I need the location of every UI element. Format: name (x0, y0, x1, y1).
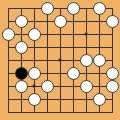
white-stone (67, 67, 80, 80)
intersection-g5[interactable] (80, 54, 93, 67)
intersection-h2[interactable] (93, 93, 106, 106)
white-stone (28, 93, 41, 106)
intersection-i1[interactable] (106, 106, 119, 119)
white-stone (41, 80, 54, 93)
intersection-b7[interactable] (15, 28, 28, 41)
white-stone (15, 80, 28, 93)
intersection-h6[interactable] (93, 41, 106, 54)
intersection-b2[interactable] (15, 93, 28, 106)
intersection-h1[interactable] (93, 106, 106, 119)
intersection-d9[interactable] (41, 2, 54, 15)
intersection-b3[interactable] (15, 80, 28, 93)
white-stone (80, 54, 93, 67)
intersection-a4[interactable] (2, 67, 15, 80)
intersection-e3[interactable] (54, 80, 67, 93)
intersection-e2[interactable] (54, 93, 67, 106)
intersection-f6[interactable] (67, 41, 80, 54)
intersection-b9[interactable] (15, 2, 28, 15)
intersection-c3[interactable] (28, 80, 41, 93)
intersection-a3[interactable] (2, 80, 15, 93)
intersection-h9[interactable] (93, 2, 106, 15)
intersection-e8[interactable] (54, 15, 67, 28)
intersection-i4[interactable] (106, 67, 119, 80)
white-stone (93, 93, 106, 106)
white-stone (28, 67, 41, 80)
intersection-c2[interactable] (28, 93, 41, 106)
intersection-c6[interactable] (28, 41, 41, 54)
intersection-i8[interactable] (106, 15, 119, 28)
intersection-c7[interactable] (28, 28, 41, 41)
intersection-b1[interactable] (15, 106, 28, 119)
intersection-a1[interactable] (2, 106, 15, 119)
intersection-d5[interactable] (41, 54, 54, 67)
intersection-i6[interactable] (106, 41, 119, 54)
white-stone (2, 28, 15, 41)
intersection-d8[interactable] (41, 15, 54, 28)
intersection-i5[interactable] (106, 54, 119, 67)
intersection-f5[interactable] (67, 54, 80, 67)
intersection-h4[interactable] (93, 67, 106, 80)
intersection-a5[interactable] (2, 54, 15, 67)
intersection-f3[interactable] (67, 80, 80, 93)
intersection-g6[interactable] (80, 41, 93, 54)
intersection-g8[interactable] (80, 15, 93, 28)
board-grid (2, 2, 119, 119)
intersection-d4[interactable] (41, 67, 54, 80)
intersection-c4[interactable] (28, 67, 41, 80)
white-stone (28, 28, 41, 41)
intersection-g9[interactable] (80, 2, 93, 15)
intersection-a7[interactable] (2, 28, 15, 41)
intersection-h7[interactable] (93, 28, 106, 41)
white-stone (106, 15, 119, 28)
intersection-g1[interactable] (80, 106, 93, 119)
intersection-c5[interactable] (28, 54, 41, 67)
intersection-a2[interactable] (2, 93, 15, 106)
intersection-e4[interactable] (54, 67, 67, 80)
white-stone (80, 80, 93, 93)
white-stone (15, 15, 28, 28)
go-board (0, 0, 120, 120)
intersection-g3[interactable] (80, 80, 93, 93)
intersection-f2[interactable] (67, 93, 80, 106)
intersection-e9[interactable] (54, 2, 67, 15)
white-stone (93, 2, 106, 15)
intersection-e7[interactable] (54, 28, 67, 41)
white-stone (67, 2, 80, 15)
intersection-b4[interactable] (15, 67, 28, 80)
intersection-h3[interactable] (93, 80, 106, 93)
intersection-b8[interactable] (15, 15, 28, 28)
intersection-i9[interactable] (106, 2, 119, 15)
intersection-h8[interactable] (93, 15, 106, 28)
black-stone (15, 67, 28, 80)
intersection-i2[interactable] (106, 93, 119, 106)
intersection-e1[interactable] (54, 106, 67, 119)
white-stone (106, 80, 119, 93)
intersection-i3[interactable] (106, 80, 119, 93)
white-stone (41, 2, 54, 15)
intersection-d2[interactable] (41, 93, 54, 106)
white-stone (106, 67, 119, 80)
intersection-f7[interactable] (67, 28, 80, 41)
intersection-f4[interactable] (67, 67, 80, 80)
intersection-d7[interactable] (41, 28, 54, 41)
intersection-c8[interactable] (28, 15, 41, 28)
intersection-d6[interactable] (41, 41, 54, 54)
intersection-e6[interactable] (54, 41, 67, 54)
intersection-h5[interactable] (93, 54, 106, 67)
white-stone (15, 41, 28, 54)
intersection-c9[interactable] (28, 2, 41, 15)
intersection-b6[interactable] (15, 41, 28, 54)
intersection-g2[interactable] (80, 93, 93, 106)
intersection-d1[interactable] (41, 106, 54, 119)
white-stone (54, 15, 67, 28)
intersection-f8[interactable] (67, 15, 80, 28)
intersection-d3[interactable] (41, 80, 54, 93)
white-stone (93, 54, 106, 67)
intersection-f9[interactable] (67, 2, 80, 15)
intersection-g4[interactable] (80, 67, 93, 80)
intersection-a9[interactable] (2, 2, 15, 15)
intersection-i7[interactable] (106, 28, 119, 41)
intersection-f1[interactable] (67, 106, 80, 119)
intersection-a8[interactable] (2, 15, 15, 28)
intersection-g7[interactable] (80, 28, 93, 41)
intersection-c1[interactable] (28, 106, 41, 119)
intersection-b5[interactable] (15, 54, 28, 67)
intersection-a6[interactable] (2, 41, 15, 54)
intersection-e5[interactable] (54, 54, 67, 67)
